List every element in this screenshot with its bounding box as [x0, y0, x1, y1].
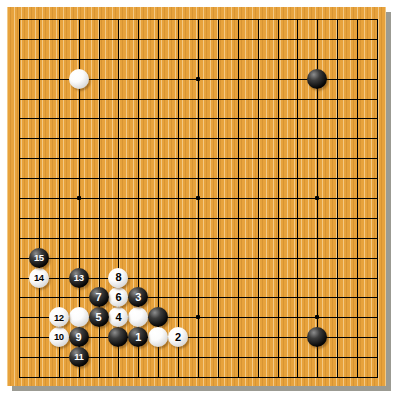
grid-line-vertical — [258, 19, 259, 378]
star-point — [315, 196, 319, 200]
star-point — [196, 77, 200, 81]
move-number: 15 — [34, 253, 44, 263]
grid-line-horizontal — [19, 377, 378, 378]
stone-white-C3[interactable]: 10 — [49, 327, 69, 347]
go-board[interactable]: 123456789101112131415 — [7, 7, 386, 386]
move-number: 4 — [115, 312, 121, 323]
star-point — [315, 315, 319, 319]
move-number: 6 — [115, 292, 121, 303]
grid-line-vertical — [238, 19, 239, 378]
move-number: 12 — [54, 313, 64, 323]
move-number: 3 — [135, 292, 141, 303]
star-point — [196, 196, 200, 200]
grid-line-vertical — [278, 19, 279, 378]
stone-black-D2[interactable]: 11 — [69, 347, 89, 367]
grid-line-vertical — [297, 19, 298, 378]
stone-black-D6[interactable]: 13 — [69, 268, 89, 288]
grid-line-vertical — [218, 19, 219, 378]
stone-white-J3[interactable]: 2 — [168, 327, 188, 347]
stone-black-G3[interactable]: 1 — [128, 327, 148, 347]
grid-line-vertical — [357, 19, 358, 378]
stone-black-H4[interactable] — [148, 307, 168, 327]
stone-black-F3[interactable] — [108, 327, 128, 347]
stone-black-E4[interactable]: 5 — [89, 307, 109, 327]
stone-white-F4[interactable]: 4 — [108, 307, 128, 327]
move-number: 1 — [135, 332, 141, 343]
stone-black-Q16[interactable] — [307, 69, 327, 89]
move-number: 7 — [95, 292, 101, 303]
stone-white-D16[interactable] — [69, 69, 89, 89]
move-number: 5 — [95, 312, 101, 323]
stone-white-F6[interactable]: 8 — [108, 268, 128, 288]
move-number: 13 — [74, 273, 84, 283]
star-point — [77, 196, 81, 200]
stone-black-D3[interactable]: 9 — [69, 327, 89, 347]
grid-line-horizontal — [19, 297, 378, 298]
board-grid: 123456789101112131415 — [7, 7, 386, 386]
move-number: 10 — [54, 332, 64, 342]
stone-black-B7[interactable]: 15 — [29, 248, 49, 268]
stone-white-D4[interactable] — [69, 307, 89, 327]
star-point — [196, 315, 200, 319]
move-number: 11 — [74, 352, 83, 362]
move-number: 8 — [115, 272, 121, 283]
stone-white-F5[interactable]: 6 — [108, 287, 128, 307]
grid-line-vertical — [337, 19, 338, 378]
stone-black-Q3[interactable] — [307, 327, 327, 347]
move-number: 2 — [175, 332, 181, 343]
move-number: 9 — [76, 332, 82, 343]
stone-white-H3[interactable] — [148, 327, 168, 347]
stone-black-E5[interactable]: 7 — [89, 287, 109, 307]
grid-line-horizontal — [19, 218, 378, 219]
grid-line-vertical — [377, 19, 378, 378]
stone-white-C4[interactable]: 12 — [49, 307, 69, 327]
stone-black-G5[interactable]: 3 — [128, 287, 148, 307]
page-background: { "game": "Go (19x19 diagram with number… — [0, 0, 400, 400]
grid-line-horizontal — [19, 238, 378, 239]
stone-white-G4[interactable] — [128, 307, 148, 327]
grid-line-horizontal — [19, 258, 378, 259]
stone-white-B6[interactable]: 14 — [29, 268, 49, 288]
move-number: 14 — [34, 273, 44, 283]
